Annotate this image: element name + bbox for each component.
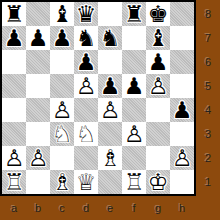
piece-glyph: ♕ — [74, 170, 98, 194]
square-d2[interactable] — [74, 146, 98, 170]
piece-white-knight[interactable]: ♞♘ — [50, 122, 74, 146]
rank-label-2: 2 — [196, 146, 220, 170]
square-d3[interactable]: ♞♘ — [74, 122, 98, 146]
piece-glyph: ♟ — [26, 26, 50, 50]
piece-glyph: ♟ — [50, 26, 74, 50]
square-d1[interactable]: ♛♕ — [74, 170, 98, 194]
square-e7[interactable]: ♞ — [98, 26, 122, 50]
piece-glyph: ♗ — [50, 170, 74, 194]
square-d5[interactable]: ♟♙ — [74, 74, 98, 98]
square-h1[interactable] — [170, 170, 194, 194]
square-b4[interactable] — [26, 98, 50, 122]
square-g8[interactable]: ♚ — [146, 2, 170, 26]
square-d8[interactable]: ♛ — [74, 2, 98, 26]
piece-glyph: ♟ — [2, 26, 26, 50]
rank-label-3: 3 — [196, 122, 220, 146]
piece-black-pawn[interactable]: ♟ — [74, 50, 98, 74]
piece-glyph: ♟ — [74, 50, 98, 74]
piece-white-pawn[interactable]: ♟♙ — [98, 98, 122, 122]
piece-white-pawn[interactable]: ♟♙ — [122, 122, 146, 146]
piece-white-bishop[interactable]: ♝♗ — [50, 170, 74, 194]
piece-black-king[interactable]: ♚ — [146, 2, 170, 26]
file-label-g: g — [146, 196, 170, 220]
square-b2[interactable]: ♟♙ — [26, 146, 50, 170]
square-c3[interactable]: ♞♘ — [50, 122, 74, 146]
square-b3[interactable] — [26, 122, 50, 146]
piece-black-pawn[interactable]: ♟ — [170, 98, 194, 122]
square-a3[interactable] — [2, 122, 26, 146]
piece-glyph: ♟ — [122, 74, 146, 98]
square-g5[interactable]: ♟♙ — [146, 74, 170, 98]
square-g1[interactable]: ♚♔ — [146, 170, 170, 194]
square-b1[interactable] — [26, 170, 50, 194]
square-h4[interactable]: ♟ — [170, 98, 194, 122]
square-g4[interactable] — [146, 98, 170, 122]
rank-label-7: 7 — [196, 26, 220, 50]
piece-glyph: ♝ — [146, 26, 170, 50]
square-c7[interactable]: ♟ — [50, 26, 74, 50]
square-e5[interactable]: ♟ — [98, 74, 122, 98]
square-b6[interactable] — [26, 50, 50, 74]
piece-glyph: ♞ — [74, 26, 98, 50]
square-e6[interactable] — [98, 50, 122, 74]
piece-glyph: ♛ — [74, 2, 98, 26]
file-label-d: d — [74, 196, 98, 220]
rank-label-1: 1 — [196, 170, 220, 194]
square-a6[interactable] — [2, 50, 26, 74]
file-label-f: f — [122, 196, 146, 220]
piece-black-pawn[interactable]: ♟ — [2, 26, 26, 50]
piece-black-bishop[interactable]: ♝ — [146, 26, 170, 50]
square-h8[interactable] — [170, 2, 194, 26]
square-h6[interactable] — [170, 50, 194, 74]
square-c5[interactable] — [50, 74, 74, 98]
rank-label-6: 6 — [196, 50, 220, 74]
piece-black-pawn[interactable]: ♟ — [26, 26, 50, 50]
piece-glyph: ♖ — [2, 170, 26, 194]
square-d4[interactable] — [74, 98, 98, 122]
piece-black-queen[interactable]: ♛ — [74, 2, 98, 26]
square-c4[interactable]: ♟♙ — [50, 98, 74, 122]
piece-black-pawn[interactable]: ♟ — [50, 26, 74, 50]
square-a1[interactable]: ♜♖ — [2, 170, 26, 194]
file-label-a: a — [2, 196, 26, 220]
piece-white-king[interactable]: ♚♔ — [146, 170, 170, 194]
piece-glyph: ♘ — [74, 122, 98, 146]
file-label-c: c — [50, 196, 74, 220]
piece-glyph: ♙ — [2, 146, 26, 170]
file-label-b: b — [26, 196, 50, 220]
square-c2[interactable] — [50, 146, 74, 170]
file-label-e: e — [98, 196, 122, 220]
square-c6[interactable] — [50, 50, 74, 74]
square-h5[interactable] — [170, 74, 194, 98]
square-e8[interactable] — [98, 2, 122, 26]
square-e4[interactable]: ♟♙ — [98, 98, 122, 122]
piece-white-rook[interactable]: ♜♖ — [2, 170, 26, 194]
square-a5[interactable] — [2, 74, 26, 98]
piece-white-queen[interactable]: ♛♕ — [74, 170, 98, 194]
square-f7[interactable] — [122, 26, 146, 50]
piece-black-pawn[interactable]: ♟ — [98, 74, 122, 98]
square-f3[interactable]: ♟♙ — [122, 122, 146, 146]
rank-label-4: 4 — [196, 98, 220, 122]
piece-black-rook[interactable]: ♜ — [122, 2, 146, 26]
square-d6[interactable]: ♟ — [74, 50, 98, 74]
piece-white-bishop[interactable]: ♝♗ — [98, 146, 122, 170]
square-h3[interactable] — [170, 122, 194, 146]
piece-white-pawn[interactable]: ♟♙ — [26, 146, 50, 170]
square-g6[interactable]: ♟ — [146, 50, 170, 74]
square-g3[interactable] — [146, 122, 170, 146]
square-f2[interactable] — [122, 146, 146, 170]
piece-glyph: ♟ — [170, 98, 194, 122]
square-e1[interactable] — [98, 170, 122, 194]
square-h7[interactable] — [170, 26, 194, 50]
square-h2[interactable]: ♟♙ — [170, 146, 194, 170]
piece-glyph: ♙ — [170, 146, 194, 170]
piece-black-knight[interactable]: ♞ — [98, 26, 122, 50]
file-label-h: h — [170, 196, 194, 220]
square-a7[interactable]: ♟ — [2, 26, 26, 50]
piece-white-rook[interactable]: ♜♖ — [122, 170, 146, 194]
square-b8[interactable] — [26, 2, 50, 26]
piece-black-bishop[interactable]: ♝ — [50, 2, 74, 26]
square-f4[interactable] — [122, 98, 146, 122]
piece-glyph: ♟ — [98, 74, 122, 98]
piece-white-knight[interactable]: ♞♘ — [74, 122, 98, 146]
square-e2[interactable]: ♝♗ — [98, 146, 122, 170]
square-g2[interactable] — [146, 146, 170, 170]
square-f8[interactable]: ♜ — [122, 2, 146, 26]
chess-diagram: ♜♝♛♜♚♟♟♟♞♞♝♟♟♟♙♟♟♟♙♟♙♟♙♟♞♘♞♘♟♙♟♙♟♙♝♗♟♙♜♖… — [0, 0, 220, 220]
piece-glyph: ♙ — [26, 146, 50, 170]
square-b7[interactable]: ♟ — [26, 26, 50, 50]
piece-glyph: ♝ — [50, 2, 74, 26]
square-e3[interactable] — [98, 122, 122, 146]
piece-glyph: ♘ — [50, 122, 74, 146]
piece-glyph: ♟ — [146, 50, 170, 74]
square-b5[interactable] — [26, 74, 50, 98]
square-d7[interactable]: ♞ — [74, 26, 98, 50]
square-a2[interactable]: ♟♙ — [2, 146, 26, 170]
piece-black-pawn[interactable]: ♟ — [122, 74, 146, 98]
piece-glyph: ♙ — [98, 98, 122, 122]
piece-glyph: ♙ — [146, 74, 170, 98]
square-f1[interactable]: ♜♖ — [122, 170, 146, 194]
piece-black-rook[interactable]: ♜ — [2, 2, 26, 26]
piece-white-pawn[interactable]: ♟♙ — [146, 74, 170, 98]
piece-glyph: ♚ — [146, 2, 170, 26]
rank-label-8: 8 — [196, 2, 220, 26]
piece-glyph: ♖ — [122, 170, 146, 194]
chess-board: ♜♝♛♜♚♟♟♟♞♞♝♟♟♟♙♟♟♟♙♟♙♟♙♟♞♘♞♘♟♙♟♙♟♙♝♗♟♙♜♖… — [0, 0, 196, 196]
piece-glyph: ♙ — [50, 98, 74, 122]
piece-glyph: ♜ — [2, 2, 26, 26]
piece-glyph: ♔ — [146, 170, 170, 194]
square-a4[interactable] — [2, 98, 26, 122]
piece-white-pawn[interactable]: ♟♙ — [170, 146, 194, 170]
square-a8[interactable]: ♜ — [2, 2, 26, 26]
piece-white-pawn[interactable]: ♟♙ — [74, 74, 98, 98]
square-g7[interactable]: ♝ — [146, 26, 170, 50]
square-c1[interactable]: ♝♗ — [50, 170, 74, 194]
piece-glyph: ♜ — [122, 2, 146, 26]
piece-glyph: ♗ — [98, 146, 122, 170]
piece-white-pawn[interactable]: ♟♙ — [50, 98, 74, 122]
file-labels: abcdefgh — [2, 196, 194, 220]
piece-black-knight[interactable]: ♞ — [74, 26, 98, 50]
piece-white-pawn[interactable]: ♟♙ — [2, 146, 26, 170]
piece-black-pawn[interactable]: ♟ — [146, 50, 170, 74]
piece-glyph: ♞ — [98, 26, 122, 50]
rank-labels: 87654321 — [196, 2, 220, 194]
rank-label-5: 5 — [196, 74, 220, 98]
square-f6[interactable] — [122, 50, 146, 74]
square-c8[interactable]: ♝ — [50, 2, 74, 26]
square-f5[interactable]: ♟ — [122, 74, 146, 98]
piece-glyph: ♙ — [74, 74, 98, 98]
piece-glyph: ♙ — [122, 122, 146, 146]
